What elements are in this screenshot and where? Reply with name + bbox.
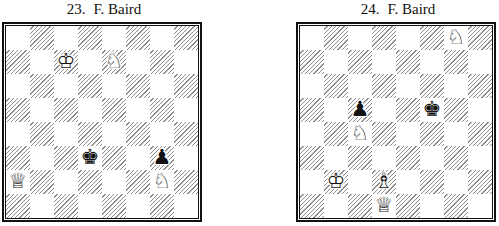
square-e7: ♘	[102, 50, 126, 74]
square-c4	[54, 122, 78, 146]
square-f3	[420, 146, 444, 170]
square-c7: ♔	[54, 50, 78, 74]
square-h8	[468, 26, 492, 50]
square-e5	[102, 98, 126, 122]
square-h4	[468, 122, 492, 146]
square-d6	[78, 74, 102, 98]
square-g1	[150, 194, 174, 218]
square-b3	[30, 146, 54, 170]
square-f1	[126, 194, 150, 218]
square-e8	[102, 26, 126, 50]
square-h7	[174, 50, 198, 74]
square-f6	[126, 74, 150, 98]
square-a5	[300, 98, 324, 122]
square-a6	[6, 74, 30, 98]
square-a8	[6, 26, 30, 50]
square-a1	[300, 194, 324, 218]
square-d2	[78, 170, 102, 194]
piece-black-king: ♚	[420, 98, 444, 122]
square-c4: ♘	[348, 122, 372, 146]
square-b4	[30, 122, 54, 146]
square-f4	[126, 122, 150, 146]
square-f3	[126, 146, 150, 170]
chess-diagram-24: ♘♟♚♘♔♗♕	[296, 22, 496, 222]
square-d1: ♕	[372, 194, 396, 218]
square-g2	[444, 170, 468, 194]
white-king-glyph: ♔	[327, 169, 346, 193]
square-d5	[372, 98, 396, 122]
square-a1	[6, 194, 30, 218]
square-b7	[324, 50, 348, 74]
square-d1	[78, 194, 102, 218]
square-b4	[324, 122, 348, 146]
square-g8	[150, 26, 174, 50]
square-b5	[324, 98, 348, 122]
black-king-glyph: ♚	[423, 97, 442, 121]
square-h4	[174, 122, 198, 146]
square-d3: ♚	[78, 146, 102, 170]
square-a7	[300, 50, 324, 74]
problem-number: 24.	[361, 1, 380, 17]
square-b5	[30, 98, 54, 122]
square-g6	[150, 74, 174, 98]
square-g3	[444, 146, 468, 170]
white-queen-glyph: ♕	[375, 193, 394, 217]
white-bishop-glyph: ♗	[375, 169, 394, 193]
piece-black-pawn: ♟	[348, 98, 372, 122]
square-g3: ♟	[150, 146, 174, 170]
square-f1	[420, 194, 444, 218]
board-inner-border: ♘♟♚♘♔♗♕	[299, 25, 493, 219]
square-a2	[300, 170, 324, 194]
square-f6	[420, 74, 444, 98]
square-g5	[444, 98, 468, 122]
square-h2	[468, 170, 492, 194]
square-c2	[348, 170, 372, 194]
piece-white-queen: ♕	[372, 194, 396, 218]
square-a6	[300, 74, 324, 98]
square-h2	[174, 170, 198, 194]
square-b2	[30, 170, 54, 194]
square-h3	[468, 146, 492, 170]
square-e7	[396, 50, 420, 74]
board-frame: ♔♘♚♟♕♘	[2, 22, 202, 222]
square-c5	[54, 98, 78, 122]
square-b2: ♔	[324, 170, 348, 194]
square-g2: ♘	[150, 170, 174, 194]
square-h1	[468, 194, 492, 218]
piece-white-knight: ♘	[102, 50, 126, 74]
square-h6	[468, 74, 492, 98]
black-pawn-glyph: ♟	[153, 145, 172, 169]
square-d7	[78, 50, 102, 74]
square-d3	[372, 146, 396, 170]
square-d4	[372, 122, 396, 146]
square-e4	[102, 122, 126, 146]
piece-black-pawn: ♟	[150, 146, 174, 170]
square-e1	[102, 194, 126, 218]
white-queen-glyph: ♕	[9, 169, 28, 193]
square-b8	[30, 26, 54, 50]
square-e3	[102, 146, 126, 170]
square-b6	[324, 74, 348, 98]
square-g4	[150, 122, 174, 146]
square-e1	[396, 194, 420, 218]
white-king-glyph: ♔	[57, 49, 76, 73]
square-h8	[174, 26, 198, 50]
problem-author: F. Baird	[93, 1, 141, 17]
caption-problem-24: 24.F. Baird	[296, 1, 499, 18]
square-d6	[372, 74, 396, 98]
square-g5	[150, 98, 174, 122]
square-f7	[126, 50, 150, 74]
chessboard-23: ♔♘♚♟♕♘	[6, 26, 198, 218]
square-f8	[126, 26, 150, 50]
piece-white-knight: ♘	[150, 170, 174, 194]
square-c1	[348, 194, 372, 218]
square-e5	[396, 98, 420, 122]
square-a5	[6, 98, 30, 122]
square-b1	[30, 194, 54, 218]
square-a2: ♕	[6, 170, 30, 194]
white-knight-glyph: ♘	[351, 121, 370, 145]
square-a8	[300, 26, 324, 50]
square-f5: ♚	[420, 98, 444, 122]
square-f7	[420, 50, 444, 74]
square-h7	[468, 50, 492, 74]
square-c1	[54, 194, 78, 218]
square-h6	[174, 74, 198, 98]
square-b6	[30, 74, 54, 98]
square-f2	[420, 170, 444, 194]
square-d7	[372, 50, 396, 74]
square-e8	[396, 26, 420, 50]
square-a4	[300, 122, 324, 146]
square-f5	[126, 98, 150, 122]
piece-white-king: ♔	[54, 50, 78, 74]
square-e4	[396, 122, 420, 146]
caption-problem-23: 23.F. Baird	[2, 1, 206, 18]
square-c6	[54, 74, 78, 98]
square-f2	[126, 170, 150, 194]
square-b3	[324, 146, 348, 170]
piece-white-king: ♔	[324, 170, 348, 194]
square-g4	[444, 122, 468, 146]
chess-diagram-23: ♔♘♚♟♕♘	[2, 22, 202, 222]
square-c3	[348, 146, 372, 170]
square-a4	[6, 122, 30, 146]
board-frame: ♘♟♚♘♔♗♕	[296, 22, 496, 222]
square-c3	[54, 146, 78, 170]
square-a3	[6, 146, 30, 170]
black-pawn-glyph: ♟	[351, 97, 370, 121]
square-h3	[174, 146, 198, 170]
square-e2	[102, 170, 126, 194]
square-g8: ♘	[444, 26, 468, 50]
problem-number: 23.	[67, 1, 86, 17]
square-b7	[30, 50, 54, 74]
problem-author: F. Baird	[387, 1, 435, 17]
piece-black-king: ♚	[78, 146, 102, 170]
square-d5	[78, 98, 102, 122]
white-knight-glyph: ♘	[153, 169, 172, 193]
black-king-glyph: ♚	[81, 145, 100, 169]
square-c6	[348, 74, 372, 98]
square-c8	[54, 26, 78, 50]
square-c2	[54, 170, 78, 194]
chessboard-24: ♘♟♚♘♔♗♕	[300, 26, 492, 218]
piece-white-knight: ♘	[444, 26, 468, 50]
white-knight-glyph: ♘	[105, 49, 124, 73]
white-knight-glyph: ♘	[447, 25, 466, 49]
square-c7	[348, 50, 372, 74]
square-h5	[174, 98, 198, 122]
square-b8	[324, 26, 348, 50]
piece-white-knight: ♘	[348, 122, 372, 146]
square-d8	[78, 26, 102, 50]
square-e6	[102, 74, 126, 98]
square-h1	[174, 194, 198, 218]
board-inner-border: ♔♘♚♟♕♘	[5, 25, 199, 219]
square-g1	[444, 194, 468, 218]
piece-white-queen: ♕	[6, 170, 30, 194]
piece-white-bishop: ♗	[372, 170, 396, 194]
square-f8	[420, 26, 444, 50]
square-d8	[372, 26, 396, 50]
square-e6	[396, 74, 420, 98]
square-a3	[300, 146, 324, 170]
square-g6	[444, 74, 468, 98]
square-f4	[420, 122, 444, 146]
square-g7	[150, 50, 174, 74]
square-e2	[396, 170, 420, 194]
square-c8	[348, 26, 372, 50]
square-c5: ♟	[348, 98, 372, 122]
square-e3	[396, 146, 420, 170]
square-d2: ♗	[372, 170, 396, 194]
square-g7	[444, 50, 468, 74]
square-h5	[468, 98, 492, 122]
square-d4	[78, 122, 102, 146]
square-a7	[6, 50, 30, 74]
square-b1	[324, 194, 348, 218]
